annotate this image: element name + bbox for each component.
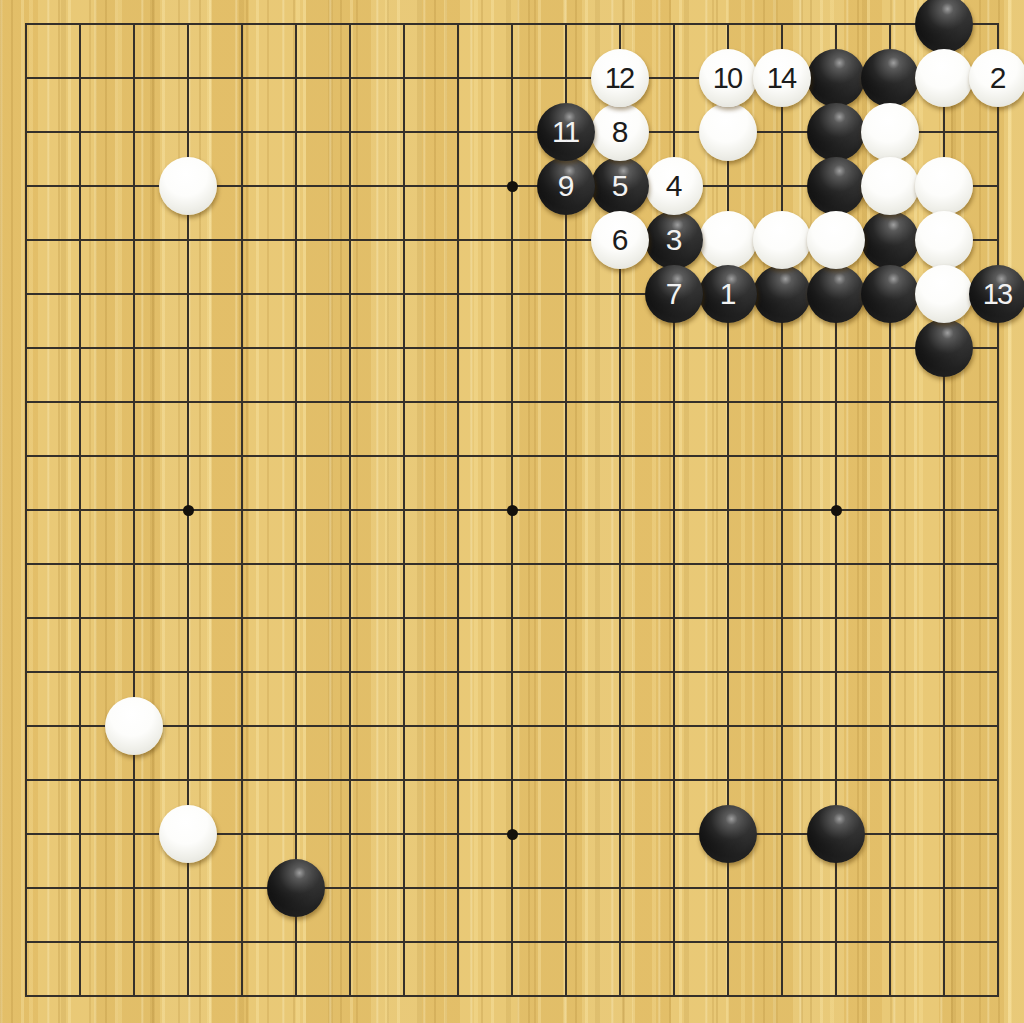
stone-white[interactable] (105, 697, 163, 755)
stone-black[interactable] (807, 805, 865, 863)
move-stone-white[interactable]: 12 (591, 49, 649, 107)
move-stone-white[interactable]: 14 (753, 49, 811, 107)
move-number: 8 (612, 117, 629, 147)
stone-white[interactable] (159, 805, 217, 863)
move-number: 4 (666, 171, 683, 201)
move-number: 7 (666, 279, 683, 309)
stone-black[interactable] (807, 103, 865, 161)
move-stone-white[interactable]: 4 (645, 157, 703, 215)
move-number: 2 (990, 63, 1007, 93)
stone-black[interactable] (267, 859, 325, 917)
star-point (507, 181, 518, 192)
stone-white[interactable] (753, 211, 811, 269)
star-point (507, 505, 518, 516)
stone-white[interactable] (699, 103, 757, 161)
stone-black[interactable] (807, 49, 865, 107)
star-point (507, 829, 518, 840)
stone-black[interactable] (807, 157, 865, 215)
move-number: 13 (983, 280, 1011, 309)
move-stone-black[interactable]: 7 (645, 265, 703, 323)
stone-white[interactable] (915, 49, 973, 107)
star-point (831, 505, 842, 516)
move-number: 1 (720, 279, 737, 309)
move-number: 3 (666, 225, 683, 255)
move-stone-black[interactable]: 11 (537, 103, 595, 161)
stone-black[interactable] (915, 319, 973, 377)
stone-white[interactable] (915, 157, 973, 215)
stone-white[interactable] (915, 265, 973, 323)
move-number: 10 (713, 64, 741, 93)
move-stone-black[interactable]: 9 (537, 157, 595, 215)
stone-black[interactable] (861, 49, 919, 107)
move-number: 11 (552, 118, 578, 147)
go-board[interactable]: 1234567891011121314 (0, 0, 1024, 1023)
move-number: 5 (612, 171, 629, 201)
move-number: 6 (612, 225, 629, 255)
stone-black[interactable] (753, 265, 811, 323)
stone-white[interactable] (807, 211, 865, 269)
stone-black[interactable] (699, 805, 757, 863)
move-stone-black[interactable]: 3 (645, 211, 703, 269)
move-stone-black[interactable]: 13 (969, 265, 1024, 323)
stone-black[interactable] (807, 265, 865, 323)
stone-white[interactable] (915, 211, 973, 269)
move-stone-black[interactable]: 5 (591, 157, 649, 215)
star-point (183, 505, 194, 516)
stone-white[interactable] (699, 211, 757, 269)
move-stone-white[interactable]: 10 (699, 49, 757, 107)
move-stone-white[interactable]: 6 (591, 211, 649, 269)
stone-white[interactable] (861, 157, 919, 215)
move-number: 12 (605, 64, 633, 93)
move-number: 9 (558, 171, 575, 201)
stone-white[interactable] (159, 157, 217, 215)
move-stone-black[interactable]: 1 (699, 265, 757, 323)
move-stone-white[interactable]: 8 (591, 103, 649, 161)
move-stone-white[interactable]: 2 (969, 49, 1024, 107)
stone-black[interactable] (861, 211, 919, 269)
move-number: 14 (767, 64, 795, 93)
stone-white[interactable] (861, 103, 919, 161)
stone-black[interactable] (861, 265, 919, 323)
